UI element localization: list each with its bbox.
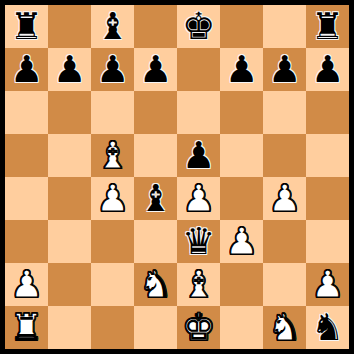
square-f4[interactable]	[220, 177, 263, 220]
white-pawn-icon: ♟	[10, 263, 43, 306]
black-pawn-icon: ♟	[311, 48, 344, 91]
black-pawn-icon: ♟	[96, 48, 129, 91]
square-a1[interactable]: ♜	[5, 306, 48, 349]
square-f1[interactable]	[220, 306, 263, 349]
square-f7[interactable]: ♟	[220, 48, 263, 91]
square-h4[interactable]	[306, 177, 349, 220]
black-pawn-icon: ♟	[182, 134, 215, 177]
square-d6[interactable]	[134, 91, 177, 134]
chess-board: ♜♝♚♜♟♟♟♟♟♟♟♝♟♟♝♟♟♛♟♟♞♝♟♜♚♞♞	[0, 0, 354, 354]
black-king-icon: ♚	[182, 5, 215, 48]
square-g5[interactable]	[263, 134, 306, 177]
square-c7[interactable]: ♟	[91, 48, 134, 91]
square-h2[interactable]: ♟	[306, 263, 349, 306]
square-f5[interactable]	[220, 134, 263, 177]
square-h3[interactable]	[306, 220, 349, 263]
square-e4[interactable]: ♟	[177, 177, 220, 220]
square-g1[interactable]: ♞	[263, 306, 306, 349]
square-f3[interactable]: ♟	[220, 220, 263, 263]
square-e7[interactable]	[177, 48, 220, 91]
black-knight-icon: ♞	[311, 306, 344, 349]
square-e8[interactable]: ♚	[177, 5, 220, 48]
black-pawn-icon: ♟	[10, 48, 43, 91]
square-c2[interactable]	[91, 263, 134, 306]
square-e1[interactable]: ♚	[177, 306, 220, 349]
white-knight-icon: ♞	[268, 306, 301, 349]
black-queen-icon: ♛	[182, 220, 215, 263]
square-g2[interactable]	[263, 263, 306, 306]
square-d5[interactable]	[134, 134, 177, 177]
square-d4[interactable]: ♝	[134, 177, 177, 220]
square-a8[interactable]: ♜	[5, 5, 48, 48]
square-e6[interactable]	[177, 91, 220, 134]
square-g3[interactable]	[263, 220, 306, 263]
square-f6[interactable]	[220, 91, 263, 134]
black-pawn-icon: ♟	[139, 48, 172, 91]
square-b8[interactable]	[48, 5, 91, 48]
square-b5[interactable]	[48, 134, 91, 177]
square-c4[interactable]: ♟	[91, 177, 134, 220]
square-a7[interactable]: ♟	[5, 48, 48, 91]
square-b1[interactable]	[48, 306, 91, 349]
square-g4[interactable]: ♟	[263, 177, 306, 220]
square-e2[interactable]: ♝	[177, 263, 220, 306]
square-c5[interactable]: ♝	[91, 134, 134, 177]
square-c6[interactable]	[91, 91, 134, 134]
white-pawn-icon: ♟	[311, 263, 344, 306]
square-d2[interactable]: ♞	[134, 263, 177, 306]
square-c8[interactable]: ♝	[91, 5, 134, 48]
white-bishop-icon: ♝	[182, 263, 215, 306]
white-pawn-icon: ♟	[225, 220, 258, 263]
square-e3[interactable]: ♛	[177, 220, 220, 263]
square-a3[interactable]	[5, 220, 48, 263]
square-g8[interactable]	[263, 5, 306, 48]
black-bishop-icon: ♝	[139, 177, 172, 220]
square-a6[interactable]	[5, 91, 48, 134]
square-b4[interactable]	[48, 177, 91, 220]
square-g7[interactable]: ♟	[263, 48, 306, 91]
square-c1[interactable]	[91, 306, 134, 349]
square-h1[interactable]: ♞	[306, 306, 349, 349]
square-b6[interactable]	[48, 91, 91, 134]
square-h5[interactable]	[306, 134, 349, 177]
square-c3[interactable]	[91, 220, 134, 263]
square-a4[interactable]	[5, 177, 48, 220]
square-h6[interactable]	[306, 91, 349, 134]
white-king-icon: ♚	[182, 306, 215, 349]
white-pawn-icon: ♟	[96, 177, 129, 220]
square-g6[interactable]	[263, 91, 306, 134]
square-h7[interactable]: ♟	[306, 48, 349, 91]
black-pawn-icon: ♟	[225, 48, 258, 91]
square-f8[interactable]	[220, 5, 263, 48]
square-d1[interactable]	[134, 306, 177, 349]
black-rook-icon: ♜	[311, 5, 344, 48]
square-d3[interactable]	[134, 220, 177, 263]
white-knight-icon: ♞	[139, 263, 172, 306]
square-f2[interactable]	[220, 263, 263, 306]
square-d8[interactable]	[134, 5, 177, 48]
square-d7[interactable]: ♟	[134, 48, 177, 91]
black-bishop-icon: ♝	[96, 5, 129, 48]
white-rook-icon: ♜	[10, 306, 43, 349]
square-b3[interactable]	[48, 220, 91, 263]
black-pawn-icon: ♟	[268, 48, 301, 91]
square-b2[interactable]	[48, 263, 91, 306]
white-pawn-icon: ♟	[182, 177, 215, 220]
white-bishop-icon: ♝	[96, 134, 129, 177]
square-b7[interactable]: ♟	[48, 48, 91, 91]
square-a2[interactable]: ♟	[5, 263, 48, 306]
black-rook-icon: ♜	[10, 5, 43, 48]
square-h8[interactable]: ♜	[306, 5, 349, 48]
black-pawn-icon: ♟	[53, 48, 86, 91]
square-a5[interactable]	[5, 134, 48, 177]
white-pawn-icon: ♟	[268, 177, 301, 220]
square-e5[interactable]: ♟	[177, 134, 220, 177]
